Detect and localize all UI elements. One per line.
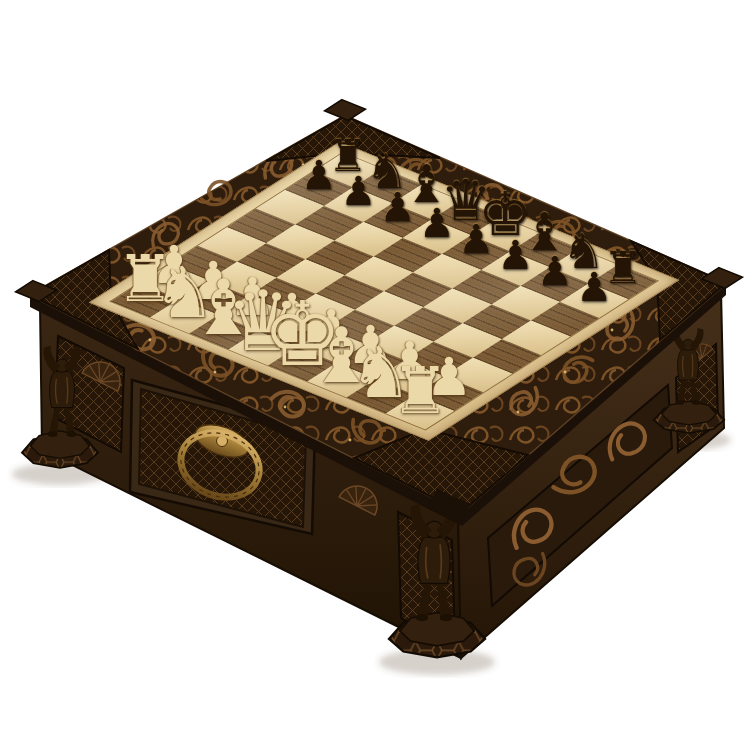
corner-cap-n (325, 100, 366, 121)
product-photo-stage: ♜♞♝♛♚♝♞♜♟♟♟♟♟♟♟♟♟♟♟♟♟♟♟♟♜♞♝♛♚♝♞♜ (0, 0, 751, 751)
